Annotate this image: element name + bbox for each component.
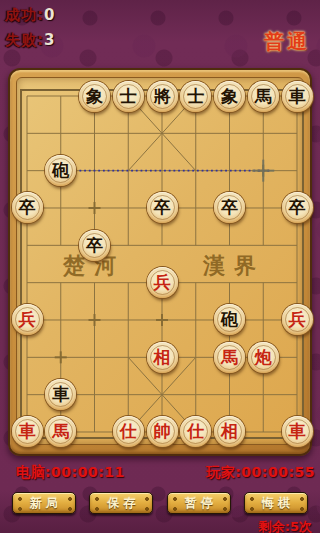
undo-remaining-label: 剩余: (259, 519, 290, 533)
xiangqi-board: 楚河 漢界 象士將士象馬車砲卒卒卒卒卒兵兵砲兵相馬炮車車馬仕帥仕相車 (8, 68, 312, 456)
piece-black-車[interactable]: 車 (45, 379, 76, 410)
piece-red-相[interactable]: 相 (214, 416, 245, 447)
piece-black-砲[interactable]: 砲 (214, 304, 245, 335)
fail-counter: 失败:3 (5, 31, 55, 50)
piece-red-馬[interactable]: 馬 (45, 416, 76, 447)
pause-button[interactable]: 暂停 (167, 492, 231, 514)
player-timer-label: 玩家: (206, 464, 241, 480)
piece-black-馬[interactable]: 馬 (248, 81, 279, 112)
piece-red-兵[interactable]: 兵 (147, 267, 178, 298)
toolbar: 新局 保存 暂停 悔棋 (0, 492, 320, 516)
player-timer: 玩家:00:00:55 (206, 464, 315, 482)
pieces-layer: 象士將士象馬車砲卒卒卒卒卒兵兵砲兵相馬炮車車馬仕帥仕相車 (10, 70, 314, 458)
piece-black-卒[interactable]: 卒 (147, 192, 178, 223)
piece-black-象[interactable]: 象 (214, 81, 245, 112)
success-counter: 成功:0 (5, 6, 55, 25)
computer-timer-value: 00:00:11 (51, 464, 125, 480)
piece-red-車[interactable]: 車 (282, 416, 313, 447)
piece-black-卒[interactable]: 卒 (12, 192, 43, 223)
fail-label: 失败: (5, 31, 44, 49)
piece-black-砲[interactable]: 砲 (45, 155, 76, 186)
piece-red-炮[interactable]: 炮 (248, 342, 279, 373)
computer-timer: 电脑:00:00:11 (16, 464, 125, 482)
piece-red-仕[interactable]: 仕 (113, 416, 144, 447)
success-value: 0 (44, 6, 55, 24)
piece-red-兵[interactable]: 兵 (282, 304, 313, 335)
piece-black-卒[interactable]: 卒 (214, 192, 245, 223)
new-game-button[interactable]: 新局 (12, 492, 76, 514)
piece-black-將[interactable]: 將 (147, 81, 178, 112)
xiangqi-app: 成功:0 失败:3 普通 楚河 漢界 象士將士象馬車砲卒卒卒卒卒兵兵砲兵相馬炮車… (0, 0, 320, 533)
save-button[interactable]: 保存 (89, 492, 153, 514)
computer-timer-label: 电脑: (16, 464, 51, 480)
piece-red-仕[interactable]: 仕 (180, 416, 211, 447)
player-timer-value: 00:00:55 (241, 464, 315, 480)
piece-black-象[interactable]: 象 (79, 81, 110, 112)
piece-black-士[interactable]: 士 (113, 81, 144, 112)
undo-button[interactable]: 悔棋 (244, 492, 308, 514)
piece-black-士[interactable]: 士 (180, 81, 211, 112)
undo-remaining: 剩余:5次 (259, 518, 312, 533)
piece-black-卒[interactable]: 卒 (282, 192, 313, 223)
piece-red-帥[interactable]: 帥 (147, 416, 178, 447)
success-label: 成功: (5, 6, 44, 24)
piece-red-馬[interactable]: 馬 (214, 342, 245, 373)
fail-value: 3 (44, 31, 55, 49)
piece-black-車[interactable]: 車 (282, 81, 313, 112)
undo-remaining-value: 5次 (290, 519, 312, 533)
difficulty-badge[interactable]: 普通 (264, 28, 310, 55)
piece-red-車[interactable]: 車 (12, 416, 43, 447)
piece-red-兵[interactable]: 兵 (12, 304, 43, 335)
piece-black-卒[interactable]: 卒 (79, 230, 110, 261)
piece-red-相[interactable]: 相 (147, 342, 178, 373)
